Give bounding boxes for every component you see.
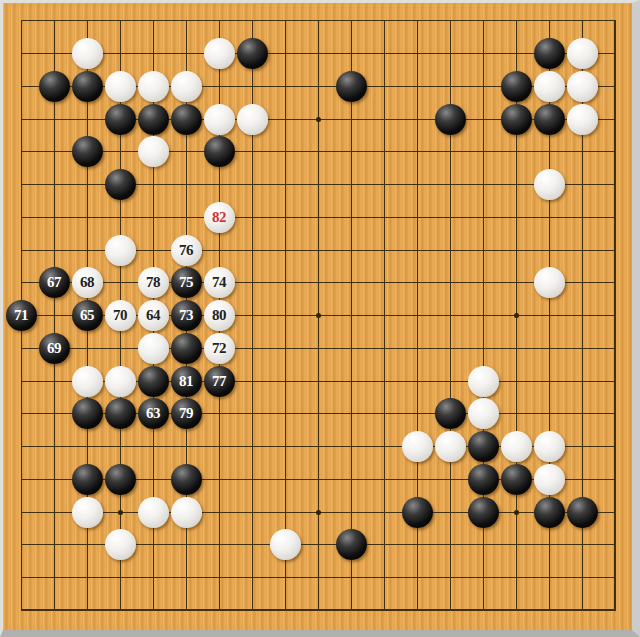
intersection-c10-r10[interactable] (302, 299, 335, 332)
intersection-c4-r17[interactable] (104, 529, 137, 562)
intersection-c13-r5[interactable] (401, 136, 434, 169)
intersection-c15-r3[interactable] (467, 70, 500, 103)
intersection-c16-r18[interactable] (500, 561, 533, 594)
intersection-c5-r14[interactable] (137, 430, 170, 463)
intersection-c15-r4[interactable] (467, 103, 500, 136)
intersection-c9-r2[interactable] (269, 37, 302, 70)
intersection-c14-r18[interactable] (434, 561, 467, 594)
intersection-c17-r4[interactable] (533, 103, 566, 136)
intersection-c18-r12[interactable] (566, 365, 599, 398)
intersection-c19-r3[interactable] (599, 70, 632, 103)
intersection-c19-r10[interactable] (599, 299, 632, 332)
intersection-c2-r9[interactable]: 67 (38, 267, 71, 300)
intersection-c2-r7[interactable] (38, 201, 71, 234)
intersection-c12-r7[interactable] (368, 201, 401, 234)
intersection-c13-r7[interactable] (401, 201, 434, 234)
intersection-c5-r18[interactable] (137, 561, 170, 594)
intersection-c9-r18[interactable] (269, 561, 302, 594)
intersection-c4-r14[interactable] (104, 430, 137, 463)
intersection-c8-r18[interactable] (236, 561, 269, 594)
intersection-c15-r13[interactable] (467, 398, 500, 431)
intersection-c1-r5[interactable] (5, 136, 38, 169)
intersection-c15-r12[interactable] (467, 365, 500, 398)
intersection-c8-r1[interactable] (236, 5, 269, 38)
intersection-c6-r7[interactable] (170, 201, 203, 234)
intersection-c14-r2[interactable] (434, 37, 467, 70)
intersection-c3-r5[interactable] (71, 136, 104, 169)
intersection-c12-r18[interactable] (368, 561, 401, 594)
intersection-c14-r11[interactable] (434, 332, 467, 365)
intersection-c1-r12[interactable] (5, 365, 38, 398)
intersection-c2-r4[interactable] (38, 103, 71, 136)
intersection-c17-r8[interactable] (533, 234, 566, 267)
intersection-c6-r13[interactable]: 79 (170, 398, 203, 431)
intersection-c12-r2[interactable] (368, 37, 401, 70)
intersection-c13-r14[interactable] (401, 430, 434, 463)
intersection-c13-r9[interactable] (401, 267, 434, 300)
intersection-c5-r5[interactable] (137, 136, 170, 169)
intersection-c13-r15[interactable] (401, 463, 434, 496)
intersection-c5-r7[interactable] (137, 201, 170, 234)
intersection-c14-r10[interactable] (434, 299, 467, 332)
intersection-c18-r14[interactable] (566, 430, 599, 463)
intersection-c15-r8[interactable] (467, 234, 500, 267)
intersection-c15-r10[interactable] (467, 299, 500, 332)
intersection-c12-r9[interactable] (368, 267, 401, 300)
intersection-c10-r13[interactable] (302, 398, 335, 431)
intersection-c3-r4[interactable] (71, 103, 104, 136)
intersection-c4-r4[interactable] (104, 103, 137, 136)
intersection-c11-r19[interactable] (335, 594, 368, 627)
intersection-c18-r16[interactable] (566, 496, 599, 529)
intersection-c9-r8[interactable] (269, 234, 302, 267)
intersection-c14-r3[interactable] (434, 70, 467, 103)
intersection-c9-r10[interactable] (269, 299, 302, 332)
intersection-c17-r10[interactable] (533, 299, 566, 332)
intersection-c7-r18[interactable] (203, 561, 236, 594)
intersection-c5-r9[interactable]: 78 (137, 267, 170, 300)
intersection-c12-r17[interactable] (368, 529, 401, 562)
intersection-c8-r12[interactable] (236, 365, 269, 398)
intersection-c1-r11[interactable] (5, 332, 38, 365)
intersection-c12-r14[interactable] (368, 430, 401, 463)
intersection-c13-r6[interactable] (401, 168, 434, 201)
intersection-c3-r7[interactable] (71, 201, 104, 234)
intersection-c5-r17[interactable] (137, 529, 170, 562)
intersection-c19-r2[interactable] (599, 37, 632, 70)
intersection-c4-r12[interactable] (104, 365, 137, 398)
intersection-c6-r8[interactable]: 76 (170, 234, 203, 267)
intersection-c1-r16[interactable] (5, 496, 38, 529)
intersection-c12-r10[interactable] (368, 299, 401, 332)
intersection-c7-r6[interactable] (203, 168, 236, 201)
intersection-c17-r3[interactable] (533, 70, 566, 103)
intersection-c3-r3[interactable] (71, 70, 104, 103)
intersection-c9-r11[interactable] (269, 332, 302, 365)
intersection-c19-r5[interactable] (599, 136, 632, 169)
intersection-c2-r19[interactable] (38, 594, 71, 627)
intersection-c11-r1[interactable] (335, 5, 368, 38)
intersection-c19-r8[interactable] (599, 234, 632, 267)
intersection-c4-r10[interactable]: 70 (104, 299, 137, 332)
intersection-c19-r16[interactable] (599, 496, 632, 529)
intersection-c13-r3[interactable] (401, 70, 434, 103)
intersection-c19-r12[interactable] (599, 365, 632, 398)
intersection-c14-r9[interactable] (434, 267, 467, 300)
intersection-c19-r6[interactable] (599, 168, 632, 201)
intersection-c10-r12[interactable] (302, 365, 335, 398)
intersection-c10-r8[interactable] (302, 234, 335, 267)
intersection-c10-r5[interactable] (302, 136, 335, 169)
intersection-c14-r4[interactable] (434, 103, 467, 136)
intersection-c3-r16[interactable] (71, 496, 104, 529)
intersection-c2-r3[interactable] (38, 70, 71, 103)
intersection-c4-r6[interactable] (104, 168, 137, 201)
intersection-c9-r5[interactable] (269, 136, 302, 169)
intersection-c15-r17[interactable] (467, 529, 500, 562)
intersection-c18-r19[interactable] (566, 594, 599, 627)
intersection-c17-r19[interactable] (533, 594, 566, 627)
intersection-c16-r6[interactable] (500, 168, 533, 201)
intersection-c13-r19[interactable] (401, 594, 434, 627)
intersection-c4-r7[interactable] (104, 201, 137, 234)
intersection-c11-r7[interactable] (335, 201, 368, 234)
intersection-c18-r3[interactable] (566, 70, 599, 103)
intersection-c1-r4[interactable] (5, 103, 38, 136)
intersection-c12-r6[interactable] (368, 168, 401, 201)
intersection-c17-r18[interactable] (533, 561, 566, 594)
intersection-c6-r11[interactable] (170, 332, 203, 365)
intersection-c16-r8[interactable] (500, 234, 533, 267)
intersection-c19-r19[interactable] (599, 594, 632, 627)
intersection-c6-r1[interactable] (170, 5, 203, 38)
intersection-c18-r9[interactable] (566, 267, 599, 300)
intersection-c16-r14[interactable] (500, 430, 533, 463)
intersection-c17-r2[interactable] (533, 37, 566, 70)
intersection-c13-r18[interactable] (401, 561, 434, 594)
intersection-c19-r7[interactable] (599, 201, 632, 234)
intersection-c11-r8[interactable] (335, 234, 368, 267)
intersection-c1-r1[interactable] (5, 5, 38, 38)
intersection-c3-r2[interactable] (71, 37, 104, 70)
intersection-c7-r17[interactable] (203, 529, 236, 562)
intersection-c3-r13[interactable] (71, 398, 104, 431)
intersection-c10-r7[interactable] (302, 201, 335, 234)
intersection-c8-r13[interactable] (236, 398, 269, 431)
intersection-c10-r17[interactable] (302, 529, 335, 562)
intersection-c16-r1[interactable] (500, 5, 533, 38)
intersection-c6-r16[interactable] (170, 496, 203, 529)
intersection-c9-r14[interactable] (269, 430, 302, 463)
intersection-c18-r5[interactable] (566, 136, 599, 169)
intersection-c12-r12[interactable] (368, 365, 401, 398)
intersection-c6-r17[interactable] (170, 529, 203, 562)
intersection-c19-r13[interactable] (599, 398, 632, 431)
intersection-c17-r14[interactable] (533, 430, 566, 463)
intersection-c14-r7[interactable] (434, 201, 467, 234)
intersection-c11-r6[interactable] (335, 168, 368, 201)
intersection-c2-r12[interactable] (38, 365, 71, 398)
intersection-c11-r16[interactable] (335, 496, 368, 529)
intersection-c16-r3[interactable] (500, 70, 533, 103)
intersection-c8-r9[interactable] (236, 267, 269, 300)
intersection-c3-r8[interactable] (71, 234, 104, 267)
intersection-c10-r6[interactable] (302, 168, 335, 201)
intersection-c9-r7[interactable] (269, 201, 302, 234)
intersection-c12-r5[interactable] (368, 136, 401, 169)
intersection-c10-r4[interactable] (302, 103, 335, 136)
intersection-c2-r14[interactable] (38, 430, 71, 463)
intersection-c18-r4[interactable] (566, 103, 599, 136)
intersection-c2-r17[interactable] (38, 529, 71, 562)
intersection-c1-r3[interactable] (5, 70, 38, 103)
intersection-c17-r6[interactable] (533, 168, 566, 201)
intersection-c5-r15[interactable] (137, 463, 170, 496)
intersection-c9-r9[interactable] (269, 267, 302, 300)
intersection-c17-r7[interactable] (533, 201, 566, 234)
intersection-c7-r9[interactable]: 74 (203, 267, 236, 300)
intersection-c15-r14[interactable] (467, 430, 500, 463)
intersection-c13-r4[interactable] (401, 103, 434, 136)
intersection-c6-r10[interactable]: 73 (170, 299, 203, 332)
intersection-c1-r7[interactable] (5, 201, 38, 234)
intersection-c6-r14[interactable] (170, 430, 203, 463)
intersection-c5-r4[interactable] (137, 103, 170, 136)
intersection-c4-r16[interactable] (104, 496, 137, 529)
intersection-c4-r8[interactable] (104, 234, 137, 267)
intersection-c19-r15[interactable] (599, 463, 632, 496)
intersection-c14-r12[interactable] (434, 365, 467, 398)
intersection-c1-r18[interactable] (5, 561, 38, 594)
intersection-c8-r5[interactable] (236, 136, 269, 169)
intersection-c7-r3[interactable] (203, 70, 236, 103)
intersection-c13-r11[interactable] (401, 332, 434, 365)
intersection-c6-r3[interactable] (170, 70, 203, 103)
intersection-c13-r12[interactable] (401, 365, 434, 398)
intersection-c15-r9[interactable] (467, 267, 500, 300)
intersection-c2-r16[interactable] (38, 496, 71, 529)
intersection-c17-r13[interactable] (533, 398, 566, 431)
intersection-c13-r10[interactable] (401, 299, 434, 332)
intersection-c15-r2[interactable] (467, 37, 500, 70)
intersection-c12-r8[interactable] (368, 234, 401, 267)
intersection-c17-r9[interactable] (533, 267, 566, 300)
intersection-c8-r3[interactable] (236, 70, 269, 103)
intersection-c6-r15[interactable] (170, 463, 203, 496)
intersection-c19-r1[interactable] (599, 5, 632, 38)
intersection-c8-r15[interactable] (236, 463, 269, 496)
intersection-c16-r13[interactable] (500, 398, 533, 431)
intersection-c19-r14[interactable] (599, 430, 632, 463)
intersection-c17-r17[interactable] (533, 529, 566, 562)
intersection-c14-r19[interactable] (434, 594, 467, 627)
intersection-c5-r6[interactable] (137, 168, 170, 201)
intersection-c5-r11[interactable] (137, 332, 170, 365)
intersection-c2-r2[interactable] (38, 37, 71, 70)
intersection-c8-r6[interactable] (236, 168, 269, 201)
intersection-c1-r19[interactable] (5, 594, 38, 627)
intersection-c12-r19[interactable] (368, 594, 401, 627)
intersection-c14-r15[interactable] (434, 463, 467, 496)
intersection-c2-r1[interactable] (38, 5, 71, 38)
intersection-c10-r11[interactable] (302, 332, 335, 365)
intersection-c15-r16[interactable] (467, 496, 500, 529)
intersection-c13-r8[interactable] (401, 234, 434, 267)
intersection-c17-r5[interactable] (533, 136, 566, 169)
intersection-c19-r11[interactable] (599, 332, 632, 365)
intersection-c1-r17[interactable] (5, 529, 38, 562)
intersection-c12-r11[interactable] (368, 332, 401, 365)
intersection-c11-r13[interactable] (335, 398, 368, 431)
intersection-c14-r8[interactable] (434, 234, 467, 267)
intersection-c18-r1[interactable] (566, 5, 599, 38)
intersection-c2-r13[interactable] (38, 398, 71, 431)
intersection-c7-r5[interactable] (203, 136, 236, 169)
intersection-c5-r8[interactable] (137, 234, 170, 267)
intersection-c15-r6[interactable] (467, 168, 500, 201)
intersection-c5-r13[interactable]: 63 (137, 398, 170, 431)
intersection-c7-r13[interactable] (203, 398, 236, 431)
intersection-c7-r7[interactable]: 82 (203, 201, 236, 234)
intersection-c4-r3[interactable] (104, 70, 137, 103)
intersection-c3-r14[interactable] (71, 430, 104, 463)
intersection-c9-r16[interactable] (269, 496, 302, 529)
intersection-c9-r4[interactable] (269, 103, 302, 136)
intersection-c11-r4[interactable] (335, 103, 368, 136)
intersection-c1-r8[interactable] (5, 234, 38, 267)
intersection-c16-r17[interactable] (500, 529, 533, 562)
intersection-c1-r9[interactable] (5, 267, 38, 300)
intersection-c14-r17[interactable] (434, 529, 467, 562)
intersection-c19-r4[interactable] (599, 103, 632, 136)
intersection-c10-r9[interactable] (302, 267, 335, 300)
intersection-c17-r1[interactable] (533, 5, 566, 38)
intersection-c16-r7[interactable] (500, 201, 533, 234)
intersection-c3-r18[interactable] (71, 561, 104, 594)
intersection-c16-r12[interactable] (500, 365, 533, 398)
intersection-c11-r12[interactable] (335, 365, 368, 398)
intersection-c16-r16[interactable] (500, 496, 533, 529)
intersection-c4-r5[interactable] (104, 136, 137, 169)
intersection-c6-r4[interactable] (170, 103, 203, 136)
intersection-c4-r2[interactable] (104, 37, 137, 70)
intersection-c13-r17[interactable] (401, 529, 434, 562)
intersection-c7-r16[interactable] (203, 496, 236, 529)
intersection-c2-r8[interactable] (38, 234, 71, 267)
intersection-c11-r10[interactable] (335, 299, 368, 332)
intersection-c11-r9[interactable] (335, 267, 368, 300)
intersection-c18-r17[interactable] (566, 529, 599, 562)
intersection-c10-r2[interactable] (302, 37, 335, 70)
intersection-c10-r14[interactable] (302, 430, 335, 463)
intersection-c17-r12[interactable] (533, 365, 566, 398)
intersection-c8-r19[interactable] (236, 594, 269, 627)
intersection-c4-r18[interactable] (104, 561, 137, 594)
intersection-c8-r4[interactable] (236, 103, 269, 136)
intersection-c1-r14[interactable] (5, 430, 38, 463)
intersection-c2-r18[interactable] (38, 561, 71, 594)
intersection-c15-r5[interactable] (467, 136, 500, 169)
intersection-c8-r8[interactable] (236, 234, 269, 267)
intersection-c2-r11[interactable]: 69 (38, 332, 71, 365)
intersection-c11-r2[interactable] (335, 37, 368, 70)
intersection-c14-r14[interactable] (434, 430, 467, 463)
intersection-c19-r9[interactable] (599, 267, 632, 300)
intersection-c12-r13[interactable] (368, 398, 401, 431)
intersection-c10-r19[interactable] (302, 594, 335, 627)
intersection-c12-r16[interactable] (368, 496, 401, 529)
intersection-c14-r1[interactable] (434, 5, 467, 38)
intersection-c14-r16[interactable] (434, 496, 467, 529)
intersection-c7-r2[interactable] (203, 37, 236, 70)
intersection-c11-r18[interactable] (335, 561, 368, 594)
intersection-c14-r5[interactable] (434, 136, 467, 169)
intersection-c12-r15[interactable] (368, 463, 401, 496)
intersection-c11-r3[interactable] (335, 70, 368, 103)
intersection-c7-r12[interactable]: 77 (203, 365, 236, 398)
intersection-c7-r15[interactable] (203, 463, 236, 496)
intersection-c15-r18[interactable] (467, 561, 500, 594)
intersection-c5-r10[interactable]: 64 (137, 299, 170, 332)
intersection-c15-r7[interactable] (467, 201, 500, 234)
intersection-c1-r6[interactable] (5, 168, 38, 201)
intersection-c11-r17[interactable] (335, 529, 368, 562)
intersection-c8-r17[interactable] (236, 529, 269, 562)
intersection-c18-r15[interactable] (566, 463, 599, 496)
intersection-c11-r15[interactable] (335, 463, 368, 496)
intersection-c8-r10[interactable] (236, 299, 269, 332)
intersection-c11-r14[interactable] (335, 430, 368, 463)
intersection-c16-r5[interactable] (500, 136, 533, 169)
intersection-c1-r13[interactable] (5, 398, 38, 431)
intersection-c9-r15[interactable] (269, 463, 302, 496)
intersection-c10-r3[interactable] (302, 70, 335, 103)
intersection-c16-r2[interactable] (500, 37, 533, 70)
intersection-c9-r17[interactable] (269, 529, 302, 562)
intersection-c9-r1[interactable] (269, 5, 302, 38)
intersection-c7-r19[interactable] (203, 594, 236, 627)
intersection-c3-r15[interactable] (71, 463, 104, 496)
intersection-c7-r8[interactable] (203, 234, 236, 267)
intersection-c2-r6[interactable] (38, 168, 71, 201)
intersection-c6-r5[interactable] (170, 136, 203, 169)
intersection-c16-r9[interactable] (500, 267, 533, 300)
intersection-c17-r16[interactable] (533, 496, 566, 529)
intersection-c5-r3[interactable] (137, 70, 170, 103)
intersection-c8-r14[interactable] (236, 430, 269, 463)
intersection-c5-r1[interactable] (137, 5, 170, 38)
intersection-c18-r2[interactable] (566, 37, 599, 70)
intersection-c10-r16[interactable] (302, 496, 335, 529)
intersection-c16-r15[interactable] (500, 463, 533, 496)
intersection-c13-r16[interactable] (401, 496, 434, 529)
intersection-c4-r9[interactable] (104, 267, 137, 300)
intersection-c13-r13[interactable] (401, 398, 434, 431)
intersection-c9-r12[interactable] (269, 365, 302, 398)
intersection-c3-r6[interactable] (71, 168, 104, 201)
intersection-c18-r7[interactable] (566, 201, 599, 234)
intersection-c7-r1[interactable] (203, 5, 236, 38)
intersection-c16-r10[interactable] (500, 299, 533, 332)
intersection-c4-r13[interactable] (104, 398, 137, 431)
intersection-c8-r11[interactable] (236, 332, 269, 365)
intersection-c6-r12[interactable]: 81 (170, 365, 203, 398)
intersection-c17-r15[interactable] (533, 463, 566, 496)
intersection-c15-r15[interactable] (467, 463, 500, 496)
intersection-c1-r15[interactable] (5, 463, 38, 496)
intersection-c16-r4[interactable] (500, 103, 533, 136)
intersection-c18-r6[interactable] (566, 168, 599, 201)
